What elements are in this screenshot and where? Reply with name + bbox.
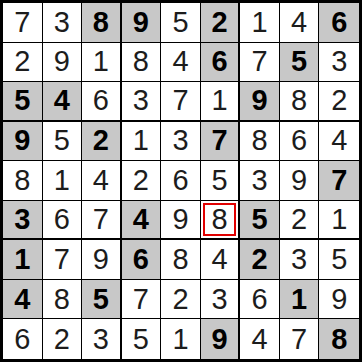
cell-r5c5[interactable]: 6: [161, 161, 201, 201]
cell-r3c1[interactable]: 5: [3, 82, 43, 122]
solved-digit: 3: [172, 126, 188, 155]
cell-r2c5[interactable]: 4: [161, 43, 201, 83]
solved-digit: 2: [14, 47, 30, 76]
solved-digit: 6: [291, 126, 307, 155]
solved-digit: 5: [331, 245, 347, 274]
given-digit: 1: [14, 245, 30, 274]
solved-digit: 3: [133, 86, 149, 115]
given-digit: 6: [211, 47, 227, 76]
cell-r7c4[interactable]: 6: [122, 240, 162, 280]
given-digit: 2: [211, 8, 227, 37]
solved-digit: 4: [211, 245, 227, 274]
solved-digit: 1: [331, 205, 347, 234]
solved-digit: 9: [172, 205, 188, 234]
solved-digit: 2: [172, 285, 188, 314]
sudoku-board: 7389521462918467535463719829521378648142…: [0, 0, 362, 362]
cell-r2c7[interactable]: 7: [240, 43, 280, 83]
cell-r2c8[interactable]: 5: [280, 43, 320, 83]
cell-r8c2[interactable]: 8: [43, 280, 83, 320]
solved-digit: 3: [54, 8, 70, 37]
cell-r3c5[interactable]: 7: [161, 82, 201, 122]
given-digit: 9: [14, 126, 30, 155]
cell-r4c4[interactable]: 1: [122, 122, 162, 162]
given-digit: 6: [133, 245, 149, 274]
solved-digit: 2: [133, 166, 149, 195]
cell-r5c3[interactable]: 4: [82, 161, 122, 201]
cell-r4c8[interactable]: 6: [280, 122, 320, 162]
cell-r6c5[interactable]: 9: [161, 201, 201, 241]
cell-r9c6[interactable]: 9: [201, 319, 241, 359]
cell-r4c5[interactable]: 3: [161, 122, 201, 162]
cell-r1c4[interactable]: 9: [122, 3, 162, 43]
cell-r6c7[interactable]: 5: [240, 201, 280, 241]
solved-digit: 6: [93, 86, 109, 115]
cell-r2c6[interactable]: 6: [201, 43, 241, 83]
cell-r3c3[interactable]: 6: [82, 82, 122, 122]
solved-digit: 1: [54, 166, 70, 195]
cell-r8c5[interactable]: 2: [161, 280, 201, 320]
solved-digit: 6: [54, 205, 70, 234]
solved-digit: 8: [54, 285, 70, 314]
cell-r3c9[interactable]: 2: [319, 82, 359, 122]
cell-r6c2[interactable]: 6: [43, 201, 83, 241]
cell-r6c8[interactable]: 2: [280, 201, 320, 241]
given-digit: 5: [291, 47, 307, 76]
cell-r7c7[interactable]: 2: [240, 240, 280, 280]
solved-digit: 4: [93, 166, 109, 195]
given-digit: 7: [211, 126, 227, 155]
cell-r1c2[interactable]: 3: [43, 3, 83, 43]
solved-digit: 9: [54, 47, 70, 76]
cell-r5c6[interactable]: 5: [201, 161, 241, 201]
cell-r2c3[interactable]: 1: [82, 43, 122, 83]
cell-r3c7[interactable]: 9: [240, 82, 280, 122]
cell-r9c4[interactable]: 5: [122, 319, 162, 359]
cell-r6c4[interactable]: 4: [122, 201, 162, 241]
solved-digit: 2: [54, 325, 70, 354]
solved-digit: 8: [291, 86, 307, 115]
given-digit: 5: [93, 285, 109, 314]
solved-digit: 8: [211, 205, 227, 234]
solved-digit: 8: [252, 126, 268, 155]
cell-r2c1[interactable]: 2: [3, 43, 43, 83]
given-digit: 4: [133, 205, 149, 234]
cell-r7c9[interactable]: 5: [319, 240, 359, 280]
solved-digit: 1: [252, 8, 268, 37]
cell-r9c9[interactable]: 8: [319, 319, 359, 359]
solved-digit: 7: [172, 86, 188, 115]
given-digit: 9: [133, 8, 149, 37]
cell-r3c4[interactable]: 3: [122, 82, 162, 122]
cell-r5c1[interactable]: 8: [3, 161, 43, 201]
cell-r1c8[interactable]: 4: [280, 3, 320, 43]
given-digit: 8: [93, 8, 109, 37]
cell-r9c3[interactable]: 3: [82, 319, 122, 359]
cell-r1c5[interactable]: 5: [161, 3, 201, 43]
solved-digit: 8: [14, 166, 30, 195]
cell-r2c9[interactable]: 3: [319, 43, 359, 83]
cell-r5c2[interactable]: 1: [43, 161, 83, 201]
solved-digit: 3: [93, 325, 109, 354]
solved-digit: 1: [133, 126, 149, 155]
solved-digit: 1: [211, 86, 227, 115]
solved-digit: 6: [252, 285, 268, 314]
solved-digit: 7: [133, 285, 149, 314]
given-digit: 6: [331, 8, 347, 37]
cell-r3c8[interactable]: 8: [280, 82, 320, 122]
cell-r5c9[interactable]: 7: [319, 161, 359, 201]
given-digit: 8: [331, 325, 347, 354]
solved-digit: 7: [252, 47, 268, 76]
cell-r9c2[interactable]: 2: [43, 319, 83, 359]
cell-r6c1[interactable]: 3: [3, 201, 43, 241]
solved-digit: 1: [93, 47, 109, 76]
solved-digit: 4: [331, 126, 347, 155]
solved-digit: 5: [54, 126, 70, 155]
cell-r9c8[interactable]: 7: [280, 319, 320, 359]
cell-r7c6[interactable]: 4: [201, 240, 241, 280]
cell-r4c1[interactable]: 9: [3, 122, 43, 162]
cell-r9c5[interactable]: 1: [161, 319, 201, 359]
given-digit: 4: [14, 285, 30, 314]
solved-digit: 7: [291, 325, 307, 354]
cell-r1c9[interactable]: 6: [319, 3, 359, 43]
cell-r8c3[interactable]: 5: [82, 280, 122, 320]
cell-r9c7[interactable]: 4: [240, 319, 280, 359]
cell-r7c8[interactable]: 3: [280, 240, 320, 280]
cell-r1c7[interactable]: 1: [240, 3, 280, 43]
cell-r8c4[interactable]: 7: [122, 280, 162, 320]
solved-digit: 9: [291, 166, 307, 195]
cell-r8c9[interactable]: 9: [319, 280, 359, 320]
given-digit: 9: [211, 325, 227, 354]
solved-digit: 1: [172, 325, 188, 354]
solved-digit: 8: [133, 47, 149, 76]
solved-digit: 9: [331, 285, 347, 314]
solved-digit: 2: [331, 86, 347, 115]
cell-r4c6[interactable]: 7: [201, 122, 241, 162]
cell-r1c3[interactable]: 8: [82, 3, 122, 43]
cell-r4c3[interactable]: 2: [82, 122, 122, 162]
cell-r8c6[interactable]: 3: [201, 280, 241, 320]
solved-digit: 3: [291, 245, 307, 274]
cell-r5c8[interactable]: 9: [280, 161, 320, 201]
solved-digit: 3: [331, 47, 347, 76]
solved-digit: 2: [291, 205, 307, 234]
solved-digit: 3: [252, 166, 268, 195]
solved-digit: 6: [14, 325, 30, 354]
cell-r6c3[interactable]: 7: [82, 201, 122, 241]
given-digit: 2: [93, 126, 109, 155]
given-digit: 7: [331, 166, 347, 195]
cell-r1c1[interactable]: 7: [3, 3, 43, 43]
cell-r8c1[interactable]: 4: [3, 280, 43, 320]
solved-digit: 5: [133, 325, 149, 354]
cell-r4c9[interactable]: 4: [319, 122, 359, 162]
solved-digit: 7: [14, 8, 30, 37]
cell-r8c7[interactable]: 6: [240, 280, 280, 320]
cell-r6c6[interactable]: 8: [201, 201, 241, 241]
solved-digit: 8: [172, 245, 188, 274]
cell-r9c1[interactable]: 6: [3, 319, 43, 359]
cell-r7c2[interactable]: 7: [43, 240, 83, 280]
cell-r7c5[interactable]: 8: [161, 240, 201, 280]
given-digit: 9: [252, 86, 268, 115]
solved-digit: 5: [172, 8, 188, 37]
cell-r1c6[interactable]: 2: [201, 3, 241, 43]
solved-digit: 5: [211, 166, 227, 195]
solved-digit: 7: [93, 205, 109, 234]
cell-r2c2[interactable]: 9: [43, 43, 83, 83]
solved-digit: 3: [211, 285, 227, 314]
given-digit: 1: [291, 285, 307, 314]
cell-r5c7[interactable]: 3: [240, 161, 280, 201]
cell-r7c1[interactable]: 1: [3, 240, 43, 280]
given-digit: 5: [14, 86, 30, 115]
cell-r3c6[interactable]: 1: [201, 82, 241, 122]
cell-r2c4[interactable]: 8: [122, 43, 162, 83]
cell-r6c9[interactable]: 1: [319, 201, 359, 241]
given-digit: 5: [252, 205, 268, 234]
solved-digit: 9: [93, 245, 109, 274]
solved-digit: 4: [252, 325, 268, 354]
solved-digit: 4: [291, 8, 307, 37]
given-digit: 3: [14, 205, 30, 234]
cell-r7c3[interactable]: 9: [82, 240, 122, 280]
solved-digit: 4: [172, 47, 188, 76]
cell-r3c2[interactable]: 4: [43, 82, 83, 122]
cell-r8c8[interactable]: 1: [280, 280, 320, 320]
given-digit: 4: [54, 86, 70, 115]
cell-r5c4[interactable]: 2: [122, 161, 162, 201]
cell-r4c2[interactable]: 5: [43, 122, 83, 162]
solved-digit: 6: [172, 166, 188, 195]
cell-r4c7[interactable]: 8: [240, 122, 280, 162]
given-digit: 2: [252, 245, 268, 274]
solved-digit: 7: [54, 245, 70, 274]
